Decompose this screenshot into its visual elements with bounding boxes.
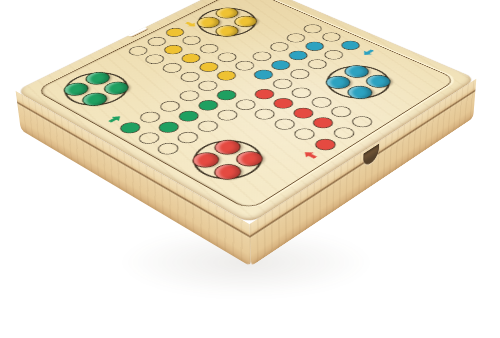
goal-cell-yellow bbox=[178, 52, 204, 65]
track-cell-r6c2 bbox=[193, 118, 222, 134]
track-cell-r1c4 bbox=[142, 53, 168, 66]
track-cell-r4c9 bbox=[283, 31, 309, 44]
track-cell-r7c4 bbox=[251, 107, 279, 122]
track-cell-r4c4 bbox=[195, 79, 222, 93]
goal-cell-red bbox=[309, 115, 338, 131]
product-photo bbox=[0, 0, 500, 338]
lid-top-face bbox=[16, 0, 477, 224]
start-arrow-blue bbox=[359, 48, 377, 57]
goal-cell-green bbox=[155, 119, 184, 135]
goal-cell-red bbox=[269, 96, 297, 111]
track-cell-r10c5 bbox=[330, 125, 359, 141]
track-cell-r4c6 bbox=[231, 59, 258, 73]
goal-cell-red bbox=[250, 87, 278, 102]
track-cell-r6c7 bbox=[286, 67, 313, 81]
track-cell-r8c4 bbox=[270, 116, 299, 132]
goal-cell-red bbox=[289, 106, 317, 121]
track-cell-r6c6 bbox=[268, 77, 295, 91]
track-cell-r5c10 bbox=[318, 31, 344, 44]
track-cell-r4c1 bbox=[136, 110, 164, 125]
goal-cell-green bbox=[194, 98, 222, 113]
track-cell-r9c6 bbox=[327, 105, 355, 120]
track-cell-r10c6 bbox=[348, 114, 377, 130]
track-cell-r6c3 bbox=[213, 108, 241, 123]
perspective-scene bbox=[0, 0, 500, 338]
goal-cell-green bbox=[174, 109, 202, 124]
goal-cell-blue bbox=[250, 68, 277, 82]
goal-cell-blue bbox=[302, 40, 328, 53]
track-cell-r8c6 bbox=[307, 95, 335, 110]
start-cell-blue bbox=[337, 39, 363, 52]
track-cell-r3c6 bbox=[213, 51, 239, 64]
track-cell-r6c8 bbox=[303, 57, 330, 71]
track-cell-r7c6 bbox=[287, 86, 315, 101]
track-cell-r6c4 bbox=[232, 97, 260, 112]
track-cell-r4c3 bbox=[176, 89, 204, 104]
track-cell-r6c0 bbox=[153, 140, 182, 156]
track-cell-r6c1 bbox=[173, 129, 202, 145]
goal-cell-yellow bbox=[213, 69, 240, 83]
track-cell-r9c4 bbox=[290, 126, 319, 142]
wooden-ludo-box bbox=[21, 16, 473, 267]
track-cell-r2c4 bbox=[159, 61, 186, 75]
track-cell-r4c8 bbox=[266, 41, 292, 54]
track-cell-r6c9 bbox=[320, 48, 346, 61]
goal-cell-blue bbox=[285, 49, 311, 62]
track-cell-r4c7 bbox=[249, 50, 275, 63]
start-cell-green bbox=[116, 120, 145, 136]
track-cell-r4c10 bbox=[300, 23, 326, 36]
track-cell-r1c6 bbox=[179, 34, 205, 47]
goal-cell-blue bbox=[267, 58, 294, 72]
start-cell-red bbox=[311, 136, 340, 152]
goal-cell-green bbox=[213, 88, 241, 103]
track-cell-r2c6 bbox=[196, 42, 222, 55]
track-cell-r4c2 bbox=[156, 99, 184, 114]
goal-cell-yellow bbox=[160, 43, 186, 56]
goal-cell-yellow bbox=[195, 60, 222, 74]
track-cell-r3c4 bbox=[177, 70, 204, 84]
start-arrow-red bbox=[300, 149, 320, 160]
start-arrow-green bbox=[105, 114, 124, 124]
track-cell-r5c0 bbox=[134, 130, 163, 146]
